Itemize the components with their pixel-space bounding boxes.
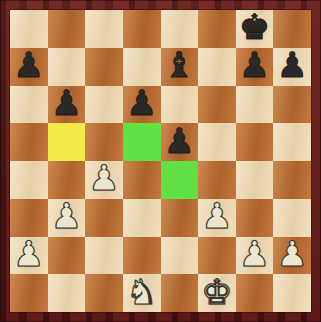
- square-f4[interactable]: [198, 161, 236, 199]
- square-e1[interactable]: [161, 274, 199, 312]
- square-b4[interactable]: [48, 161, 86, 199]
- square-b8[interactable]: [48, 10, 86, 48]
- square-g6[interactable]: [236, 86, 274, 124]
- square-d3[interactable]: [123, 199, 161, 237]
- square-d6[interactable]: ♟: [123, 86, 161, 124]
- square-c2[interactable]: [85, 237, 123, 275]
- black-pawn[interactable]: ♟: [126, 86, 157, 121]
- square-c4[interactable]: ♟: [85, 161, 123, 199]
- square-f5[interactable]: [198, 123, 236, 161]
- square-f3[interactable]: ♟: [198, 199, 236, 237]
- square-b1[interactable]: [48, 274, 86, 312]
- square-f2[interactable]: [198, 237, 236, 275]
- square-c1[interactable]: [85, 274, 123, 312]
- square-f7[interactable]: [198, 48, 236, 86]
- square-a6[interactable]: [10, 86, 48, 124]
- square-e8[interactable]: [161, 10, 199, 48]
- square-e3[interactable]: [161, 199, 199, 237]
- white-knight[interactable]: ♞: [126, 275, 157, 310]
- square-d7[interactable]: [123, 48, 161, 86]
- square-h6[interactable]: [273, 86, 311, 124]
- white-king[interactable]: ♚: [201, 275, 232, 310]
- square-c6[interactable]: [85, 86, 123, 124]
- square-e2[interactable]: [161, 237, 199, 275]
- square-d8[interactable]: [123, 10, 161, 48]
- square-g5[interactable]: [236, 123, 274, 161]
- square-f6[interactable]: [198, 86, 236, 124]
- black-pawn[interactable]: ♟: [239, 48, 270, 83]
- square-d1[interactable]: ♞: [123, 274, 161, 312]
- white-pawn[interactable]: ♟: [51, 199, 82, 234]
- square-a3[interactable]: [10, 199, 48, 237]
- square-c7[interactable]: [85, 48, 123, 86]
- square-g4[interactable]: [236, 161, 274, 199]
- square-b6[interactable]: ♟: [48, 86, 86, 124]
- square-a4[interactable]: [10, 161, 48, 199]
- square-e7[interactable]: ♝: [161, 48, 199, 86]
- square-e6[interactable]: [161, 86, 199, 124]
- square-b5-yellow-highlight[interactable]: [48, 123, 86, 161]
- white-pawn[interactable]: ♟: [276, 237, 307, 272]
- black-pawn[interactable]: ♟: [164, 124, 195, 159]
- white-pawn[interactable]: ♟: [201, 199, 232, 234]
- square-g1[interactable]: [236, 274, 274, 312]
- black-pawn[interactable]: ♟: [51, 86, 82, 121]
- board-frame: ♚♟♝♟♟♟♟♟♟♟♟♟♟♟♞♚: [0, 0, 321, 322]
- square-a8[interactable]: [10, 10, 48, 48]
- square-c3[interactable]: [85, 199, 123, 237]
- square-a1[interactable]: [10, 274, 48, 312]
- square-h1[interactable]: [273, 274, 311, 312]
- chess-board: ♚♟♝♟♟♟♟♟♟♟♟♟♟♟♞♚: [10, 10, 311, 312]
- square-f8[interactable]: [198, 10, 236, 48]
- square-g7[interactable]: ♟: [236, 48, 274, 86]
- square-b2[interactable]: [48, 237, 86, 275]
- square-h2[interactable]: ♟: [273, 237, 311, 275]
- black-bishop[interactable]: ♝: [164, 48, 195, 83]
- square-g2[interactable]: ♟: [236, 237, 274, 275]
- square-h5[interactable]: [273, 123, 311, 161]
- white-pawn[interactable]: ♟: [88, 161, 119, 196]
- black-pawn[interactable]: ♟: [13, 48, 44, 83]
- black-pawn[interactable]: ♟: [276, 48, 307, 83]
- square-e4-green-highlight[interactable]: [161, 161, 199, 199]
- square-f1[interactable]: ♚: [198, 274, 236, 312]
- square-a2[interactable]: ♟: [10, 237, 48, 275]
- square-h3[interactable]: [273, 199, 311, 237]
- square-a7[interactable]: ♟: [10, 48, 48, 86]
- square-b3[interactable]: ♟: [48, 199, 86, 237]
- square-d2[interactable]: [123, 237, 161, 275]
- square-d5-green-highlight[interactable]: [123, 123, 161, 161]
- square-e5[interactable]: ♟: [161, 123, 199, 161]
- black-king[interactable]: ♚: [239, 10, 270, 45]
- square-g3[interactable]: [236, 199, 274, 237]
- square-a5[interactable]: [10, 123, 48, 161]
- white-pawn[interactable]: ♟: [239, 237, 270, 272]
- square-g8[interactable]: ♚: [236, 10, 274, 48]
- square-h7[interactable]: ♟: [273, 48, 311, 86]
- square-c8[interactable]: [85, 10, 123, 48]
- white-pawn[interactable]: ♟: [13, 237, 44, 272]
- square-h4[interactable]: [273, 161, 311, 199]
- square-b7[interactable]: [48, 48, 86, 86]
- square-c5[interactable]: [85, 123, 123, 161]
- square-h8[interactable]: [273, 10, 311, 48]
- square-d4[interactable]: [123, 161, 161, 199]
